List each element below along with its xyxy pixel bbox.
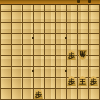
- piece-kanji: 角: [79, 50, 86, 58]
- shogi-app-screenshot: 歩角歩王歩歩: [0, 0, 100, 100]
- shogi-piece-pawn[interactable]: 歩: [34, 89, 43, 99]
- star-point: [32, 70, 34, 72]
- clipped-piece-mark: [88, 0, 91, 3]
- shogi-piece-pawn[interactable]: 歩: [67, 76, 76, 86]
- star-point: [65, 37, 67, 39]
- clipped-piece-mark: [77, 0, 80, 3]
- shogi-board[interactable]: 歩角歩王歩歩: [0, 4, 100, 100]
- star-point: [32, 37, 34, 39]
- shogi-piece-pawn[interactable]: 歩: [89, 76, 98, 86]
- piece-kanji: 歩: [68, 78, 75, 86]
- piece-kanji: 歩: [68, 52, 75, 60]
- piece-kanji: 歩: [35, 91, 42, 99]
- piece-kanji: 王: [79, 78, 86, 86]
- shogi-piece-king[interactable]: 王: [78, 76, 87, 86]
- star-point: [65, 70, 67, 72]
- shogi-piece-pawn[interactable]: 歩: [67, 50, 76, 60]
- shogi-piece-bishop[interactable]: 角: [78, 50, 87, 60]
- piece-kanji: 歩: [90, 78, 97, 86]
